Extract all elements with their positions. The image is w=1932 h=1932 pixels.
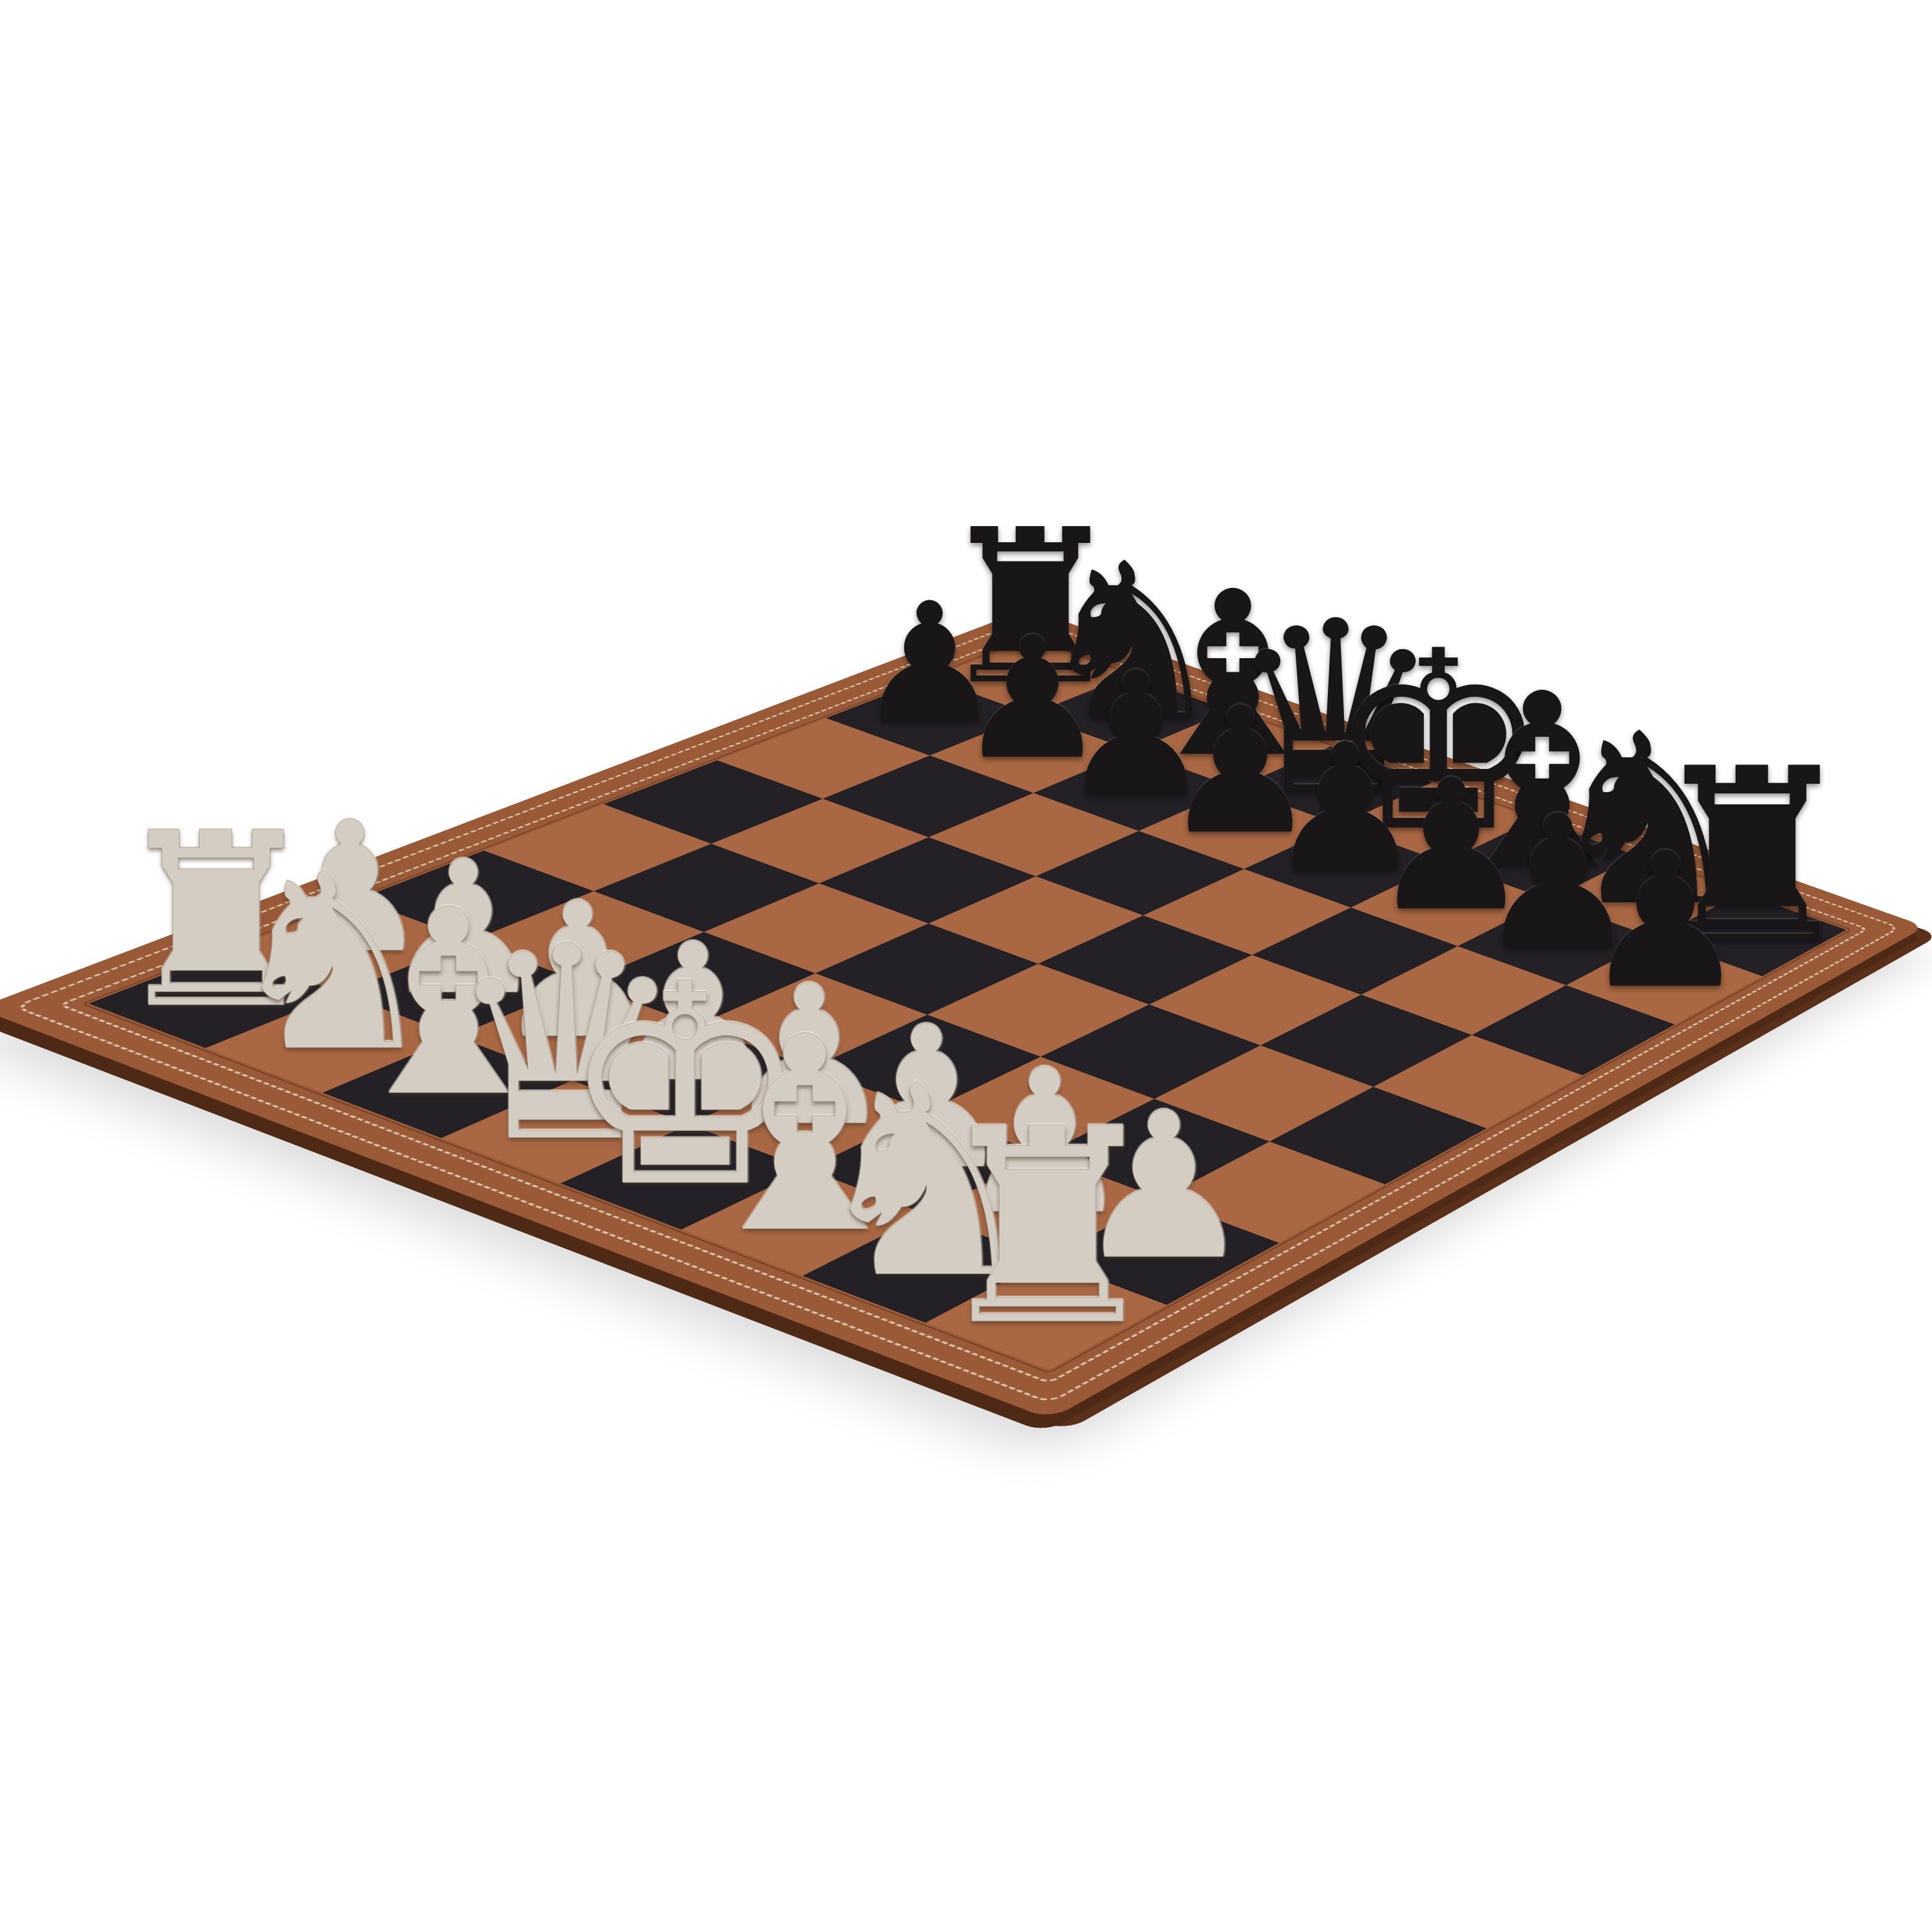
pieces-layer: ♜♞♝♛♚♝♞♜♟♟♟♟♟♟♟♟♟♟♟♟♟♟♟♟♜♞♝♛♚♝♞♜ (0, 0, 1932, 1932)
white-rook-h1[interactable]: ♜ (927, 1094, 1168, 1362)
product-photo-scene: ♜♞♝♛♚♝♞♜♟♟♟♟♟♟♟♟♟♟♟♟♟♟♟♟♜♞♝♛♚♝♞♜ (0, 0, 1932, 1932)
black-pawn-h7[interactable]: ♟ (1582, 828, 1749, 1014)
